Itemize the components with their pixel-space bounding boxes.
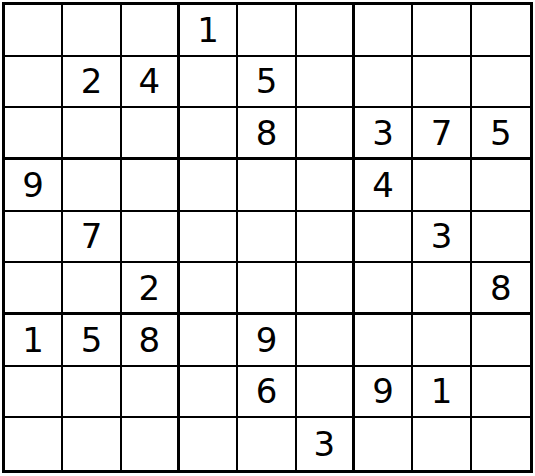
cell-r3c2[interactable] bbox=[63, 108, 121, 160]
cell-r5c6[interactable] bbox=[297, 212, 355, 264]
cell-r6c7[interactable] bbox=[355, 263, 413, 315]
cell-r5c4[interactable] bbox=[180, 212, 238, 264]
cell-r9c3[interactable] bbox=[122, 418, 180, 470]
cell-r7c2[interactable]: 5 bbox=[63, 315, 121, 367]
cell-r1c9[interactable] bbox=[472, 5, 530, 57]
cell-r5c2[interactable]: 7 bbox=[63, 212, 121, 264]
cell-r2c1[interactable] bbox=[5, 57, 63, 109]
cell-r7c1[interactable]: 1 bbox=[5, 315, 63, 367]
cell-r4c6[interactable] bbox=[297, 160, 355, 212]
cell-r8c4[interactable] bbox=[180, 367, 238, 419]
cell-r3c8[interactable]: 7 bbox=[413, 108, 471, 160]
cell-r8c3[interactable] bbox=[122, 367, 180, 419]
cell-r9c8[interactable] bbox=[413, 418, 471, 470]
cell-r3c4[interactable] bbox=[180, 108, 238, 160]
cell-r4c7[interactable]: 4 bbox=[355, 160, 413, 212]
cell-r7c3[interactable]: 8 bbox=[122, 315, 180, 367]
cell-r8c7[interactable]: 9 bbox=[355, 367, 413, 419]
cell-r6c2[interactable] bbox=[63, 263, 121, 315]
cell-r3c6[interactable] bbox=[297, 108, 355, 160]
cell-r1c5[interactable] bbox=[238, 5, 296, 57]
cell-r2c7[interactable] bbox=[355, 57, 413, 109]
cell-r8c5[interactable]: 6 bbox=[238, 367, 296, 419]
cell-r2c8[interactable] bbox=[413, 57, 471, 109]
cell-r4c4[interactable] bbox=[180, 160, 238, 212]
cell-r3c3[interactable] bbox=[122, 108, 180, 160]
cell-r9c4[interactable] bbox=[180, 418, 238, 470]
cell-r7c4[interactable] bbox=[180, 315, 238, 367]
cell-r1c3[interactable] bbox=[122, 5, 180, 57]
cell-r6c4[interactable] bbox=[180, 263, 238, 315]
cell-r2c2[interactable]: 2 bbox=[63, 57, 121, 109]
cell-r3c1[interactable] bbox=[5, 108, 63, 160]
cell-r9c1[interactable] bbox=[5, 418, 63, 470]
cell-r9c2[interactable] bbox=[63, 418, 121, 470]
cell-r1c4[interactable]: 1 bbox=[180, 5, 238, 57]
cell-r7c5[interactable]: 9 bbox=[238, 315, 296, 367]
cell-r4c8[interactable] bbox=[413, 160, 471, 212]
cell-r8c2[interactable] bbox=[63, 367, 121, 419]
cell-r9c7[interactable] bbox=[355, 418, 413, 470]
cell-r1c8[interactable] bbox=[413, 5, 471, 57]
cell-r9c6[interactable]: 3 bbox=[297, 418, 355, 470]
cell-r2c3[interactable]: 4 bbox=[122, 57, 180, 109]
cell-r5c1[interactable] bbox=[5, 212, 63, 264]
cell-r5c8[interactable]: 3 bbox=[413, 212, 471, 264]
cell-r4c1[interactable]: 9 bbox=[5, 160, 63, 212]
cell-r6c8[interactable] bbox=[413, 263, 471, 315]
cell-r2c9[interactable] bbox=[472, 57, 530, 109]
cell-r8c9[interactable] bbox=[472, 367, 530, 419]
cell-r2c6[interactable] bbox=[297, 57, 355, 109]
cell-r4c3[interactable] bbox=[122, 160, 180, 212]
cell-r7c8[interactable] bbox=[413, 315, 471, 367]
cell-r5c3[interactable] bbox=[122, 212, 180, 264]
cell-r5c7[interactable] bbox=[355, 212, 413, 264]
cell-r6c3[interactable]: 2 bbox=[122, 263, 180, 315]
cell-r5c5[interactable] bbox=[238, 212, 296, 264]
cell-r6c5[interactable] bbox=[238, 263, 296, 315]
cell-r1c1[interactable] bbox=[5, 5, 63, 57]
cell-r8c1[interactable] bbox=[5, 367, 63, 419]
sudoku-page: 1245837594732815896913 bbox=[0, 0, 535, 475]
cell-r3c7[interactable]: 3 bbox=[355, 108, 413, 160]
cell-r1c2[interactable] bbox=[63, 5, 121, 57]
cell-r3c5[interactable]: 8 bbox=[238, 108, 296, 160]
cell-r3c9[interactable]: 5 bbox=[472, 108, 530, 160]
cell-r2c4[interactable] bbox=[180, 57, 238, 109]
cell-r7c9[interactable] bbox=[472, 315, 530, 367]
cell-r9c5[interactable] bbox=[238, 418, 296, 470]
cell-r4c5[interactable] bbox=[238, 160, 296, 212]
cell-r1c7[interactable] bbox=[355, 5, 413, 57]
cell-r4c2[interactable] bbox=[63, 160, 121, 212]
cell-r7c6[interactable] bbox=[297, 315, 355, 367]
cell-r2c5[interactable]: 5 bbox=[238, 57, 296, 109]
cell-r7c7[interactable] bbox=[355, 315, 413, 367]
sudoku-board: 1245837594732815896913 bbox=[2, 2, 533, 473]
cell-r6c6[interactable] bbox=[297, 263, 355, 315]
cell-r8c8[interactable]: 1 bbox=[413, 367, 471, 419]
cell-r9c9[interactable] bbox=[472, 418, 530, 470]
cell-r8c6[interactable] bbox=[297, 367, 355, 419]
cell-r6c1[interactable] bbox=[5, 263, 63, 315]
cell-r6c9[interactable]: 8 bbox=[472, 263, 530, 315]
cell-r1c6[interactable] bbox=[297, 5, 355, 57]
cell-r5c9[interactable] bbox=[472, 212, 530, 264]
cell-r4c9[interactable] bbox=[472, 160, 530, 212]
